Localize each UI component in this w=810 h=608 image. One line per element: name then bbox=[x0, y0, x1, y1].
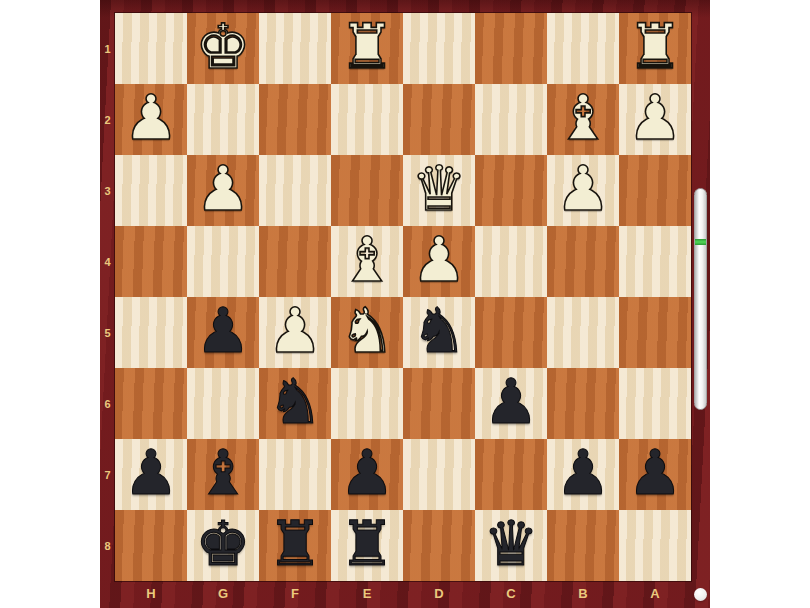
square-h1[interactable] bbox=[115, 13, 187, 84]
piece-black-pawn[interactable]: ♟ bbox=[555, 442, 611, 504]
piece-white-knight[interactable]: ♞ bbox=[339, 300, 395, 362]
file-label-d: D bbox=[403, 581, 475, 608]
square-c7[interactable] bbox=[475, 439, 547, 510]
file-label-e: E bbox=[331, 581, 403, 608]
square-d3[interactable]: ♛ bbox=[403, 155, 475, 226]
square-g2[interactable] bbox=[187, 84, 259, 155]
square-e4[interactable]: ♝ bbox=[331, 226, 403, 297]
piece-black-rook[interactable]: ♜ bbox=[267, 513, 323, 575]
square-b2[interactable]: ♝ bbox=[547, 84, 619, 155]
square-h7[interactable]: ♟ bbox=[115, 439, 187, 510]
piece-white-bishop[interactable]: ♝ bbox=[555, 87, 611, 149]
square-g4[interactable] bbox=[187, 226, 259, 297]
rank-label-5: 5 bbox=[100, 297, 115, 368]
piece-white-pawn[interactable]: ♟ bbox=[123, 87, 179, 149]
piece-black-pawn[interactable]: ♟ bbox=[123, 442, 179, 504]
square-b7[interactable]: ♟ bbox=[547, 439, 619, 510]
piece-white-rook[interactable]: ♜ bbox=[339, 16, 395, 78]
square-e1[interactable]: ♜ bbox=[331, 13, 403, 84]
chess-board-frame: 12345678 ♚♜♜♟♝♟♟♛♟♝♟♟♟♞♞♞♟♟♝♟♟♟♚♜♜♛ HGFE… bbox=[100, 0, 710, 608]
scroll-position-marker bbox=[695, 239, 706, 245]
piece-black-bishop[interactable]: ♝ bbox=[195, 442, 251, 504]
square-b3[interactable]: ♟ bbox=[547, 155, 619, 226]
square-b6[interactable] bbox=[547, 368, 619, 439]
rank-labels: 12345678 bbox=[100, 13, 115, 581]
rank-label-1: 1 bbox=[100, 13, 115, 84]
square-h2[interactable]: ♟ bbox=[115, 84, 187, 155]
piece-white-pawn[interactable]: ♟ bbox=[555, 158, 611, 220]
square-c6[interactable]: ♟ bbox=[475, 368, 547, 439]
square-a2[interactable]: ♟ bbox=[619, 84, 691, 155]
square-b1[interactable] bbox=[547, 13, 619, 84]
square-e7[interactable]: ♟ bbox=[331, 439, 403, 510]
square-a8[interactable] bbox=[619, 510, 691, 581]
piece-black-pawn[interactable]: ♟ bbox=[195, 300, 251, 362]
square-c2[interactable] bbox=[475, 84, 547, 155]
file-label-g: G bbox=[187, 581, 259, 608]
square-d1[interactable] bbox=[403, 13, 475, 84]
square-c1[interactable] bbox=[475, 13, 547, 84]
rank-label-4: 4 bbox=[100, 226, 115, 297]
square-e8[interactable]: ♜ bbox=[331, 510, 403, 581]
square-h6[interactable] bbox=[115, 368, 187, 439]
piece-black-pawn[interactable]: ♟ bbox=[483, 371, 539, 433]
square-f6[interactable]: ♞ bbox=[259, 368, 331, 439]
square-d4[interactable]: ♟ bbox=[403, 226, 475, 297]
square-b5[interactable] bbox=[547, 297, 619, 368]
square-a6[interactable] bbox=[619, 368, 691, 439]
piece-white-rook[interactable]: ♜ bbox=[627, 16, 683, 78]
piece-black-king[interactable]: ♚ bbox=[195, 513, 251, 575]
square-e5[interactable]: ♞ bbox=[331, 297, 403, 368]
piece-white-pawn[interactable]: ♟ bbox=[195, 158, 251, 220]
piece-black-pawn[interactable]: ♟ bbox=[339, 442, 395, 504]
piece-black-queen[interactable]: ♛ bbox=[483, 513, 539, 575]
piece-black-pawn[interactable]: ♟ bbox=[627, 442, 683, 504]
square-d8[interactable] bbox=[403, 510, 475, 581]
piece-white-pawn[interactable]: ♟ bbox=[411, 229, 467, 291]
rank-label-3: 3 bbox=[100, 155, 115, 226]
square-d7[interactable] bbox=[403, 439, 475, 510]
square-a1[interactable]: ♜ bbox=[619, 13, 691, 84]
square-a3[interactable] bbox=[619, 155, 691, 226]
square-f3[interactable] bbox=[259, 155, 331, 226]
scrollbar[interactable] bbox=[694, 188, 707, 410]
square-h3[interactable] bbox=[115, 155, 187, 226]
piece-black-knight[interactable]: ♞ bbox=[411, 300, 467, 362]
square-a7[interactable]: ♟ bbox=[619, 439, 691, 510]
rank-label-6: 6 bbox=[100, 368, 115, 439]
square-g5[interactable]: ♟ bbox=[187, 297, 259, 368]
file-label-a: A bbox=[619, 581, 691, 608]
file-label-c: C bbox=[475, 581, 547, 608]
rank-label-2: 2 bbox=[100, 84, 115, 155]
board-corner-knob bbox=[694, 588, 707, 601]
square-a4[interactable] bbox=[619, 226, 691, 297]
square-f4[interactable] bbox=[259, 226, 331, 297]
square-d2[interactable] bbox=[403, 84, 475, 155]
square-a5[interactable] bbox=[619, 297, 691, 368]
square-g3[interactable]: ♟ bbox=[187, 155, 259, 226]
square-h8[interactable] bbox=[115, 510, 187, 581]
square-h4[interactable] bbox=[115, 226, 187, 297]
rank-label-8: 8 bbox=[100, 510, 115, 581]
square-b4[interactable] bbox=[547, 226, 619, 297]
square-b8[interactable] bbox=[547, 510, 619, 581]
file-label-h: H bbox=[115, 581, 187, 608]
piece-black-knight[interactable]: ♞ bbox=[267, 371, 323, 433]
piece-white-pawn[interactable]: ♟ bbox=[627, 87, 683, 149]
square-f7[interactable] bbox=[259, 439, 331, 510]
square-e2[interactable] bbox=[331, 84, 403, 155]
piece-white-bishop[interactable]: ♝ bbox=[339, 229, 395, 291]
square-g6[interactable] bbox=[187, 368, 259, 439]
square-g8[interactable]: ♚ bbox=[187, 510, 259, 581]
square-d5[interactable]: ♞ bbox=[403, 297, 475, 368]
file-label-f: F bbox=[259, 581, 331, 608]
square-c5[interactable] bbox=[475, 297, 547, 368]
file-labels: HGFEDCBA bbox=[115, 581, 691, 608]
piece-white-pawn[interactable]: ♟ bbox=[267, 300, 323, 362]
square-f5[interactable]: ♟ bbox=[259, 297, 331, 368]
square-c4[interactable] bbox=[475, 226, 547, 297]
square-f1[interactable] bbox=[259, 13, 331, 84]
piece-white-queen[interactable]: ♛ bbox=[411, 158, 467, 220]
square-g7[interactable]: ♝ bbox=[187, 439, 259, 510]
piece-black-rook[interactable]: ♜ bbox=[339, 513, 395, 575]
square-f8[interactable]: ♜ bbox=[259, 510, 331, 581]
square-e6[interactable] bbox=[331, 368, 403, 439]
file-label-b: B bbox=[547, 581, 619, 608]
piece-white-king[interactable]: ♚ bbox=[195, 16, 251, 78]
square-f2[interactable] bbox=[259, 84, 331, 155]
board-squares[interactable]: ♚♜♜♟♝♟♟♛♟♝♟♟♟♞♞♞♟♟♝♟♟♟♚♜♜♛ bbox=[115, 13, 691, 581]
square-c3[interactable] bbox=[475, 155, 547, 226]
square-h5[interactable] bbox=[115, 297, 187, 368]
square-g1[interactable]: ♚ bbox=[187, 13, 259, 84]
square-c8[interactable]: ♛ bbox=[475, 510, 547, 581]
square-e3[interactable] bbox=[331, 155, 403, 226]
rank-label-7: 7 bbox=[100, 439, 115, 510]
square-d6[interactable] bbox=[403, 368, 475, 439]
